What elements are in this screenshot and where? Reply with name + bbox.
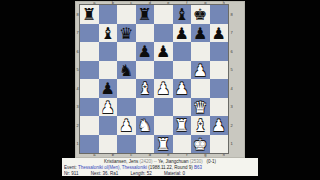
square-a1 xyxy=(80,135,99,154)
square-a3 xyxy=(80,98,99,117)
black-queen-c7: ♛ xyxy=(117,24,136,43)
square-g6 xyxy=(191,42,210,61)
next-move: 36. Ra1 xyxy=(102,171,118,176)
stats-line: Nr: 911 Next: 36. Ra1 Length: 52 Materia… xyxy=(62,170,258,176)
white-pawn-f4: ♟ xyxy=(173,79,192,98)
square-f5 xyxy=(173,61,192,80)
next-label: Next: xyxy=(91,171,102,176)
event-label: Event: xyxy=(64,165,77,170)
square-b3: ♟ xyxy=(99,98,118,117)
square-g7: ♟ xyxy=(191,24,210,43)
black-bishop-b7: ♝ xyxy=(99,24,118,43)
square-b2 xyxy=(99,116,118,135)
square-a4 xyxy=(80,79,99,98)
square-d4: ♝ xyxy=(136,79,155,98)
square-h2: ♟ xyxy=(210,116,229,135)
event-site: Thessaloniki xyxy=(122,165,147,170)
coord-label: 1 xyxy=(229,135,234,154)
square-d8: ♜ xyxy=(136,5,155,24)
white-bishop-d4: ♝ xyxy=(136,79,155,98)
square-b6 xyxy=(99,42,118,61)
white-rook-f2: ♜ xyxy=(173,116,192,135)
eco-code: B63 xyxy=(194,165,202,170)
coord-label: 7 xyxy=(229,24,234,43)
square-g1: ♚ xyxy=(191,135,210,154)
square-b7: ♝ xyxy=(99,24,118,43)
square-f6 xyxy=(173,42,192,61)
event-details: (1988.11.22, Round 9) xyxy=(148,165,193,170)
players-separator: -- xyxy=(154,159,157,164)
black-player-elo: (2530) xyxy=(190,159,203,164)
board: ♜♜♝♚♝♛♟♟♟♟♟♞♟♟♝♟♟♟♛♟♞♜♝♟♜♚ xyxy=(80,5,228,153)
square-a7 xyxy=(80,24,99,43)
black-pawn-e6: ♟ xyxy=(154,42,173,61)
black-king-g8: ♚ xyxy=(191,5,210,24)
square-b1 xyxy=(99,135,118,154)
white-pawn-g5: ♟ xyxy=(191,61,210,80)
square-h3 xyxy=(210,98,229,117)
coord-label: 6 xyxy=(229,42,234,61)
square-f7: ♟ xyxy=(173,24,192,43)
square-e3 xyxy=(154,98,173,117)
square-f4: ♟ xyxy=(173,79,192,98)
coord-label: 5 xyxy=(229,61,234,80)
square-c8 xyxy=(117,5,136,24)
video-frame: abcdefgh abcdefgh 87654321 87654321 ♜♜♝♚… xyxy=(0,0,320,180)
square-e5 xyxy=(154,61,173,80)
length-label: Length: xyxy=(130,171,145,176)
black-knight-c5: ♞ xyxy=(117,61,136,80)
coord-label: 3 xyxy=(229,98,234,117)
coord-label: 4 xyxy=(229,79,234,98)
white-player-name: Kristiansen, Jens xyxy=(104,159,138,164)
white-bishop-g2: ♝ xyxy=(191,116,210,135)
square-c3 xyxy=(117,98,136,117)
square-h4 xyxy=(210,79,229,98)
black-rook-a8: ♜ xyxy=(80,5,99,24)
square-e6: ♟ xyxy=(154,42,173,61)
white-pawn-e4: ♟ xyxy=(154,79,173,98)
black-pawn-g7: ♟ xyxy=(191,24,210,43)
square-a6 xyxy=(80,42,99,61)
square-f3 xyxy=(173,98,192,117)
black-rook-d8: ♜ xyxy=(136,5,155,24)
rank-labels-right: 87654321 xyxy=(229,5,234,153)
square-e7 xyxy=(154,24,173,43)
white-queen-g3: ♛ xyxy=(191,98,210,117)
square-c7: ♛ xyxy=(117,24,136,43)
square-d7 xyxy=(136,24,155,43)
square-g3: ♛ xyxy=(191,98,210,117)
black-bishop-f8: ♝ xyxy=(173,5,192,24)
nr-label: Nr: xyxy=(64,171,70,176)
black-pawn-h7: ♟ xyxy=(210,24,229,43)
square-b4: ♟ xyxy=(99,79,118,98)
square-c1 xyxy=(117,135,136,154)
square-e1: ♜ xyxy=(154,135,173,154)
square-d2: ♞ xyxy=(136,116,155,135)
square-a8: ♜ xyxy=(80,5,99,24)
white-pawn-c2: ♟ xyxy=(117,116,136,135)
black-pawn-b4: ♟ xyxy=(99,79,118,98)
square-e2 xyxy=(154,116,173,135)
white-knight-d2: ♞ xyxy=(136,116,155,135)
white-king-g1: ♚ xyxy=(191,135,210,154)
square-a5 xyxy=(80,61,99,80)
square-d1 xyxy=(136,135,155,154)
black-pawn-f7: ♟ xyxy=(173,24,192,43)
material-label: Material: xyxy=(164,171,181,176)
square-h1 xyxy=(210,135,229,154)
square-g8: ♚ xyxy=(191,5,210,24)
nr-value: 911 xyxy=(71,171,78,176)
length-value: 52 xyxy=(147,171,152,176)
square-e4: ♟ xyxy=(154,79,173,98)
square-a2 xyxy=(80,116,99,135)
square-h8 xyxy=(210,5,229,24)
black-pawn-d6: ♟ xyxy=(136,42,155,61)
square-c6 xyxy=(117,42,136,61)
caption-bar: Kristiansen, Jens (2420) -- Ye, Jiangchu… xyxy=(62,158,258,176)
square-f1 xyxy=(173,135,192,154)
square-f2: ♜ xyxy=(173,116,192,135)
square-c4 xyxy=(117,79,136,98)
white-rook-e1: ♜ xyxy=(154,135,173,154)
square-d3 xyxy=(136,98,155,117)
white-player-elo: (2420) xyxy=(139,159,152,164)
square-b5 xyxy=(99,61,118,80)
game-result: (0-1) xyxy=(207,159,217,164)
square-h5 xyxy=(210,61,229,80)
square-f8: ♝ xyxy=(173,5,192,24)
square-c5: ♞ xyxy=(117,61,136,80)
event-name: Thessaloniki ol(Men), xyxy=(78,165,121,170)
square-h6 xyxy=(210,42,229,61)
square-c2: ♟ xyxy=(117,116,136,135)
square-g4 xyxy=(191,79,210,98)
square-g2: ♝ xyxy=(191,116,210,135)
material-value: 0 xyxy=(183,171,186,176)
square-e8 xyxy=(154,5,173,24)
white-pawn-b3: ♟ xyxy=(99,98,118,117)
coord-label: 8 xyxy=(229,5,234,24)
white-pawn-h2: ♟ xyxy=(210,116,229,135)
square-b8 xyxy=(99,5,118,24)
square-d6: ♟ xyxy=(136,42,155,61)
square-g5: ♟ xyxy=(191,61,210,80)
black-player-name: Ye, Jiangchuan xyxy=(158,159,189,164)
square-d5 xyxy=(136,61,155,80)
square-h7: ♟ xyxy=(210,24,229,43)
coord-label: 2 xyxy=(229,116,234,135)
